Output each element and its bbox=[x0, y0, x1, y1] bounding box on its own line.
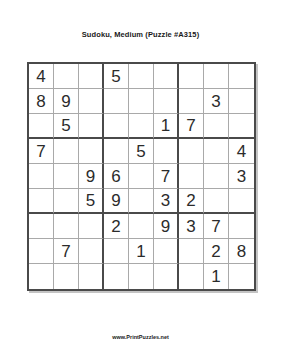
sudoku-cell-r2c9 bbox=[229, 89, 254, 114]
sudoku-cell-r7c7: 3 bbox=[179, 214, 204, 239]
sudoku-cell-r5c1 bbox=[29, 164, 54, 189]
sudoku-cell-r9c5 bbox=[129, 264, 154, 289]
sudoku-cell-r1c3 bbox=[79, 64, 104, 89]
sudoku-cell-r1c2 bbox=[54, 64, 79, 89]
sudoku-cell-r5c4: 6 bbox=[104, 164, 129, 189]
sudoku-cell-r9c9 bbox=[229, 264, 254, 289]
sudoku-cell-r1c8 bbox=[204, 64, 229, 89]
sudoku-cell-r4c1: 7 bbox=[29, 139, 54, 164]
sudoku-cell-r6c5 bbox=[129, 189, 154, 214]
sudoku-cell-r6c6: 3 bbox=[154, 189, 179, 214]
sudoku-cell-r2c7 bbox=[179, 89, 204, 114]
sudoku-cell-r6c7: 2 bbox=[179, 189, 204, 214]
sudoku-cell-r8c5: 1 bbox=[129, 239, 154, 264]
sudoku-cell-r6c8 bbox=[204, 189, 229, 214]
sudoku-cell-r8c7 bbox=[179, 239, 204, 264]
sudoku-cell-r8c1 bbox=[29, 239, 54, 264]
sudoku-cell-r1c9 bbox=[229, 64, 254, 89]
sudoku-cell-r6c3: 5 bbox=[79, 189, 104, 214]
sudoku-cell-r1c1: 4 bbox=[29, 64, 54, 89]
sudoku-cell-r5c2 bbox=[54, 164, 79, 189]
sudoku-cell-r2c4 bbox=[104, 89, 129, 114]
sudoku-cell-r7c2 bbox=[54, 214, 79, 239]
sudoku-cell-r1c4: 5 bbox=[104, 64, 129, 89]
sudoku-cell-r9c8: 1 bbox=[204, 264, 229, 289]
sudoku-cell-r7c9 bbox=[229, 214, 254, 239]
sudoku-grid: 4589351775496735932293771281 bbox=[27, 62, 256, 291]
sudoku-cell-r8c2: 7 bbox=[54, 239, 79, 264]
sudoku-cell-r2c5 bbox=[129, 89, 154, 114]
sudoku-cell-r3c8 bbox=[204, 114, 229, 139]
sudoku-cell-r7c1 bbox=[29, 214, 54, 239]
sudoku-cell-r8c6 bbox=[154, 239, 179, 264]
sudoku-cell-r5c9: 3 bbox=[229, 164, 254, 189]
sudoku-cell-r9c4 bbox=[104, 264, 129, 289]
sudoku-cell-r4c2 bbox=[54, 139, 79, 164]
sudoku-cell-r7c3 bbox=[79, 214, 104, 239]
sudoku-cell-r6c9 bbox=[229, 189, 254, 214]
sudoku-cell-r2c1: 8 bbox=[29, 89, 54, 114]
sudoku-cell-r3c2: 5 bbox=[54, 114, 79, 139]
sudoku-cell-r4c3 bbox=[79, 139, 104, 164]
sudoku-cell-r7c8: 7 bbox=[204, 214, 229, 239]
sudoku-cell-r7c5 bbox=[129, 214, 154, 239]
sudoku-cell-r6c2 bbox=[54, 189, 79, 214]
sudoku-cell-r5c6: 7 bbox=[154, 164, 179, 189]
sudoku-cell-r4c4 bbox=[104, 139, 129, 164]
sudoku-cell-r4c6 bbox=[154, 139, 179, 164]
sudoku-cell-r3c7: 7 bbox=[179, 114, 204, 139]
sudoku-cell-r3c9 bbox=[229, 114, 254, 139]
sudoku-cell-r9c6 bbox=[154, 264, 179, 289]
sudoku-cell-r2c3 bbox=[79, 89, 104, 114]
sudoku-cell-r3c3 bbox=[79, 114, 104, 139]
sudoku-cell-r2c8: 3 bbox=[204, 89, 229, 114]
sudoku-cell-r4c5: 5 bbox=[129, 139, 154, 164]
sudoku-cell-r3c5 bbox=[129, 114, 154, 139]
sudoku-cell-r3c4 bbox=[104, 114, 129, 139]
page-title: Sudoku, Medium (Puzzle #A315) bbox=[0, 30, 281, 39]
sudoku-print-page: { "game": "sudoku", "title": "Sudoku, Me… bbox=[0, 0, 281, 363]
sudoku-cell-r5c5 bbox=[129, 164, 154, 189]
sudoku-cell-r6c1 bbox=[29, 189, 54, 214]
sudoku-cell-r8c4 bbox=[104, 239, 129, 264]
sudoku-cell-r1c6 bbox=[154, 64, 179, 89]
sudoku-cell-r7c4: 2 bbox=[104, 214, 129, 239]
sudoku-cell-r6c4: 9 bbox=[104, 189, 129, 214]
sudoku-cell-r5c7 bbox=[179, 164, 204, 189]
sudoku-cell-r2c2: 9 bbox=[54, 89, 79, 114]
sudoku-cell-r2c6 bbox=[154, 89, 179, 114]
sudoku-cell-r3c6: 1 bbox=[154, 114, 179, 139]
sudoku-cell-r9c3 bbox=[79, 264, 104, 289]
sudoku-cell-r8c8: 2 bbox=[204, 239, 229, 264]
sudoku-cell-r9c7 bbox=[179, 264, 204, 289]
sudoku-cell-r4c9: 4 bbox=[229, 139, 254, 164]
sudoku-cell-r4c7 bbox=[179, 139, 204, 164]
sudoku-cell-r7c6: 9 bbox=[154, 214, 179, 239]
sudoku-cell-r9c2 bbox=[54, 264, 79, 289]
sudoku-cell-r4c8 bbox=[204, 139, 229, 164]
sudoku-cell-r8c3 bbox=[79, 239, 104, 264]
sudoku-cell-r5c8 bbox=[204, 164, 229, 189]
sudoku-cell-r1c7 bbox=[179, 64, 204, 89]
sudoku-cell-r5c3: 9 bbox=[79, 164, 104, 189]
sudoku-cell-r1c5 bbox=[129, 64, 154, 89]
footer-url: www.PrintPuzzles.net bbox=[0, 334, 281, 340]
sudoku-cell-r8c9: 8 bbox=[229, 239, 254, 264]
sudoku-cell-r3c1 bbox=[29, 114, 54, 139]
sudoku-cell-r9c1 bbox=[29, 264, 54, 289]
